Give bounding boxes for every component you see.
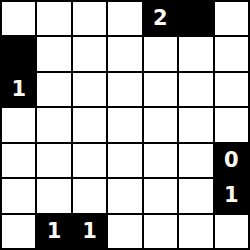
- white-cell-r7c4[interactable]: [108, 215, 141, 248]
- white-cell-r6c3[interactable]: [73, 179, 106, 212]
- clue-cell-r7c2: 1: [37, 215, 70, 248]
- clue-number: 1: [47, 221, 62, 242]
- white-cell-r1c1[interactable]: [2, 2, 35, 35]
- white-cell-r7c1[interactable]: [2, 215, 35, 248]
- clue-cell-r3c1: 1: [2, 73, 35, 106]
- black-cell-r1c6: [179, 2, 212, 35]
- white-cell-r4c1[interactable]: [2, 108, 35, 141]
- white-cell-r4c6[interactable]: [179, 108, 212, 141]
- white-cell-r6c4[interactable]: [108, 179, 141, 212]
- white-cell-r2c4[interactable]: [108, 37, 141, 70]
- clue-cell-r1c5: 2: [144, 2, 177, 35]
- white-cell-r4c2[interactable]: [37, 108, 70, 141]
- white-cell-r3c2[interactable]: [37, 73, 70, 106]
- white-cell-r6c2[interactable]: [37, 179, 70, 212]
- white-cell-r1c7[interactable]: [215, 2, 248, 35]
- clue-number: 0: [224, 150, 239, 171]
- white-cell-r2c3[interactable]: [73, 37, 106, 70]
- white-cell-r1c2[interactable]: [37, 2, 70, 35]
- white-cell-r2c2[interactable]: [37, 37, 70, 70]
- white-cell-r6c5[interactable]: [144, 179, 177, 212]
- white-cell-r3c4[interactable]: [108, 73, 141, 106]
- white-cell-r4c5[interactable]: [144, 108, 177, 141]
- clue-number: 1: [224, 185, 239, 206]
- white-cell-r5c1[interactable]: [2, 144, 35, 177]
- white-cell-r3c5[interactable]: [144, 73, 177, 106]
- black-cell-r2c1: [2, 37, 35, 70]
- white-cell-r5c6[interactable]: [179, 144, 212, 177]
- white-cell-r4c3[interactable]: [73, 108, 106, 141]
- white-cell-r7c7[interactable]: [215, 215, 248, 248]
- white-cell-r3c6[interactable]: [179, 73, 212, 106]
- white-cell-r6c6[interactable]: [179, 179, 212, 212]
- white-cell-r2c5[interactable]: [144, 37, 177, 70]
- white-cell-r2c6[interactable]: [179, 37, 212, 70]
- white-cell-r2c7[interactable]: [215, 37, 248, 70]
- white-cell-r5c3[interactable]: [73, 144, 106, 177]
- white-cell-r1c4[interactable]: [108, 2, 141, 35]
- akari-board: 210111: [0, 0, 250, 250]
- clue-number: 2: [153, 8, 168, 29]
- white-cell-r5c4[interactable]: [108, 144, 141, 177]
- clue-number: 1: [11, 79, 26, 100]
- clue-number: 1: [82, 221, 97, 242]
- white-cell-r7c5[interactable]: [144, 215, 177, 248]
- clue-cell-r5c7: 0: [215, 144, 248, 177]
- white-cell-r4c4[interactable]: [108, 108, 141, 141]
- white-cell-r4c7[interactable]: [215, 108, 248, 141]
- clue-cell-r7c3: 1: [73, 215, 106, 248]
- white-cell-r3c3[interactable]: [73, 73, 106, 106]
- white-cell-r6c1[interactable]: [2, 179, 35, 212]
- white-cell-r5c2[interactable]: [37, 144, 70, 177]
- white-cell-r3c7[interactable]: [215, 73, 248, 106]
- white-cell-r1c3[interactable]: [73, 2, 106, 35]
- white-cell-r5c5[interactable]: [144, 144, 177, 177]
- white-cell-r7c6[interactable]: [179, 215, 212, 248]
- clue-cell-r6c7: 1: [215, 179, 248, 212]
